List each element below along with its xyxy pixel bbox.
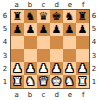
square-d6[interactable]: ♚ [50,10,63,23]
rank-label-1-left: 1 [0,76,10,89]
square-c4[interactable] [37,36,50,49]
black-pawn-piece: ♟ [65,23,75,36]
square-c2[interactable]: ♟ [37,62,50,75]
file-label-d-top: d [50,0,63,9]
black-rook-piece: ♜ [78,10,88,23]
white-king-piece: ♚ [52,75,62,88]
white-knight-piece: ♞ [65,75,75,88]
white-rook-piece: ♜ [13,75,23,88]
rank-label-2-left: 2 [0,62,10,75]
file-label-a-top: a [10,0,23,9]
white-pawn-piece: ♟ [39,62,49,75]
square-a3[interactable] [11,49,24,62]
white-pawn-piece: ♟ [26,62,36,75]
white-pawn-piece: ♟ [65,62,75,75]
rank-label-1-right: 1 [90,76,98,89]
rank-label-4-left: 4 [0,36,10,49]
square-c3[interactable] [37,49,50,62]
square-b4[interactable] [24,36,37,49]
black-pawn-piece: ♟ [13,23,23,36]
white-pawn-piece: ♟ [52,62,62,75]
black-pawn-piece: ♟ [78,23,88,36]
white-queen-piece: ♛ [39,75,49,88]
square-d4[interactable] [50,36,63,49]
file-label-f-top: f [77,0,90,9]
black-king-piece: ♚ [52,10,62,23]
file-label-f-bottom: f [77,90,90,100]
square-f1[interactable]: ♜ [76,75,89,88]
square-f6[interactable]: ♜ [76,10,89,23]
rank-label-3-left: 3 [0,49,10,62]
square-b2[interactable]: ♟ [24,62,37,75]
file-label-c-bottom: c [37,90,50,100]
square-f3[interactable] [76,49,89,62]
square-d3[interactable] [50,49,63,62]
rank-label-5-right: 5 [90,22,98,35]
rank-label-2-right: 2 [90,62,98,75]
square-b3[interactable] [24,49,37,62]
square-e2[interactable]: ♟ [63,62,76,75]
square-c6[interactable]: ♛ [37,10,50,23]
chess-board: ♜♞♛♚♞♜♟♟♟♟♟♟♟♟♟♟♟♟♜♞♛♚♞♜ [10,9,90,89]
black-knight-piece: ♞ [26,10,36,23]
rank-label-4-right: 4 [90,36,98,49]
square-e1[interactable]: ♞ [63,75,76,88]
rank-labels-left: 654321 [0,9,10,89]
square-b5[interactable]: ♟ [24,23,37,36]
square-a1[interactable]: ♜ [11,75,24,88]
square-b6[interactable]: ♞ [24,10,37,23]
square-f2[interactable]: ♟ [76,62,89,75]
black-pawn-piece: ♟ [52,23,62,36]
file-label-a-bottom: a [10,90,23,100]
black-rook-piece: ♜ [13,10,23,23]
square-e3[interactable] [63,49,76,62]
rank-label-5-left: 5 [0,22,10,35]
black-queen-piece: ♛ [39,10,49,23]
square-a4[interactable] [11,36,24,49]
file-label-e-bottom: e [63,90,76,100]
file-label-c-top: c [37,0,50,9]
file-label-e-top: e [63,0,76,9]
square-c1[interactable]: ♛ [37,75,50,88]
white-pawn-piece: ♟ [13,62,23,75]
square-e5[interactable]: ♟ [63,23,76,36]
white-rook-piece: ♜ [78,75,88,88]
square-f4[interactable] [76,36,89,49]
file-labels-bottom: abcdef [10,90,90,100]
file-label-d-bottom: d [50,90,63,100]
square-a5[interactable]: ♟ [11,23,24,36]
square-f5[interactable]: ♟ [76,23,89,36]
square-e6[interactable]: ♞ [63,10,76,23]
square-a2[interactable]: ♟ [11,62,24,75]
black-pawn-piece: ♟ [26,23,36,36]
file-labels-top: abcdef [10,0,90,9]
rank-label-6-right: 6 [90,9,98,22]
square-e4[interactable] [63,36,76,49]
rank-label-6-left: 6 [0,9,10,22]
file-label-b-bottom: b [23,90,36,100]
rank-labels-right: 654321 [90,9,98,89]
white-pawn-piece: ♟ [78,62,88,75]
rank-label-3-right: 3 [90,49,98,62]
white-knight-piece: ♞ [26,75,36,88]
black-knight-piece: ♞ [65,10,75,23]
file-label-b-top: b [23,0,36,9]
square-b1[interactable]: ♞ [24,75,37,88]
square-d1[interactable]: ♚ [50,75,63,88]
square-d2[interactable]: ♟ [50,62,63,75]
black-pawn-piece: ♟ [39,23,49,36]
square-a6[interactable]: ♜ [11,10,24,23]
square-d5[interactable]: ♟ [50,23,63,36]
square-c5[interactable]: ♟ [37,23,50,36]
chess-diagram: abcdef 654321 ♜♞♛♚♞♜♟♟♟♟♟♟♟♟♟♟♟♟♜♞♛♚♞♜ 6… [0,0,98,100]
